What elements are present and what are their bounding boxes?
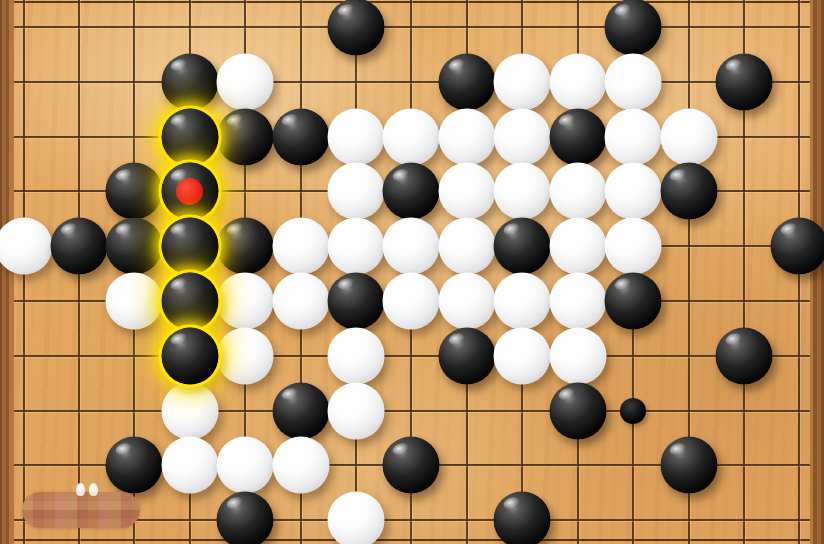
black-stone [605,0,662,56]
white-stone [549,53,606,110]
white-stone [494,273,551,330]
board-intersection[interactable] [57,5,101,49]
board-intersection[interactable] [2,443,46,487]
board-intersection[interactable] [112,5,156,49]
board-intersection[interactable] [777,169,821,213]
white-stone [328,382,385,439]
black-stone [438,53,495,110]
board-intersection[interactable] [112,60,156,104]
white-stone [217,437,274,494]
white-stone [494,163,551,220]
last-move-marker [176,178,203,205]
black-stone [161,327,218,384]
watermark-ear-icon [76,483,85,496]
white-stone [383,273,440,330]
board-intersection[interactable] [2,60,46,104]
board-intersection[interactable] [667,498,711,542]
white-stone [328,218,385,275]
black-stone [161,108,218,165]
blurred-watermark [22,492,140,528]
board-intersection[interactable] [611,443,655,487]
board-intersection[interactable] [777,498,821,542]
black-stone [161,273,218,330]
board-intersection[interactable] [279,60,323,104]
white-stone [106,273,163,330]
board-intersection[interactable] [556,498,600,542]
white-stone [328,327,385,384]
board-intersection[interactable] [722,169,766,213]
black-stone [161,163,218,220]
black-stone [549,108,606,165]
board-intersection[interactable] [112,115,156,159]
board-intersection[interactable] [2,5,46,49]
board-intersection[interactable] [168,498,212,542]
board-intersection[interactable] [445,443,489,487]
black-stone [106,218,163,275]
board-intersection[interactable] [500,443,544,487]
board-intersection[interactable] [500,389,544,433]
board-intersection[interactable] [334,60,378,104]
board-intersection[interactable] [722,279,766,323]
board-intersection[interactable] [2,279,46,323]
board-intersection[interactable] [611,498,655,542]
white-stone [549,273,606,330]
board-intersection[interactable] [667,334,711,378]
watermark-ear-icon [89,483,98,496]
board-intersection[interactable] [445,498,489,542]
black-stone [383,437,440,494]
board-intersection[interactable] [334,443,378,487]
black-stone [161,53,218,110]
board-intersection[interactable] [57,279,101,323]
black-stone [217,492,274,544]
board-intersection[interactable] [57,60,101,104]
board-intersection[interactable] [57,115,101,159]
black-stone [272,382,329,439]
board-intersection[interactable] [777,279,821,323]
black-stone [272,108,329,165]
white-stone [383,108,440,165]
board-intersection[interactable] [722,389,766,433]
black-stone [715,327,772,384]
board-intersection[interactable] [667,389,711,433]
black-stone [217,108,274,165]
white-stone [549,327,606,384]
black-stone [715,53,772,110]
board-intersection[interactable] [57,389,101,433]
white-stone [328,492,385,544]
board-intersection[interactable] [777,60,821,104]
white-stone [383,218,440,275]
white-stone [217,273,274,330]
board-intersection[interactable] [279,334,323,378]
black-stone [438,327,495,384]
board-intersection[interactable] [500,5,544,49]
board-intersection[interactable] [667,5,711,49]
board-intersection[interactable] [777,334,821,378]
black-stone [328,273,385,330]
board-intersection[interactable] [722,224,766,268]
board-intersection[interactable] [611,334,655,378]
board-intersection[interactable] [279,169,323,213]
board-intersection[interactable] [2,169,46,213]
board-intersection[interactable] [777,443,821,487]
board-intersection[interactable] [389,334,433,378]
white-stone [438,163,495,220]
black-stone [605,273,662,330]
board-intersection[interactable] [2,334,46,378]
white-stone [605,108,662,165]
white-stone [161,382,218,439]
board-intersection[interactable] [445,5,489,49]
white-stone [438,108,495,165]
black-stone [549,382,606,439]
black-stone [494,218,551,275]
board-intersection[interactable] [223,5,267,49]
white-stone [438,218,495,275]
black-stone [328,0,385,56]
board-intersection[interactable] [445,389,489,433]
board-intersection[interactable] [556,5,600,49]
white-stone [494,327,551,384]
white-stone [549,163,606,220]
white-stone [605,163,662,220]
board-intersection[interactable] [279,5,323,49]
white-stone [660,108,717,165]
white-stone [272,273,329,330]
black-stone [660,163,717,220]
board-intersection[interactable] [722,115,766,159]
board-intersection[interactable] [168,5,212,49]
black-stone [494,492,551,544]
board-intersection[interactable] [2,389,46,433]
board-intersection[interactable] [223,169,267,213]
board-intersection[interactable] [722,5,766,49]
board-intersection[interactable] [57,169,101,213]
black-stone [660,437,717,494]
board-intersection[interactable] [389,389,433,433]
white-stone [494,108,551,165]
white-stone [494,53,551,110]
board-intersection[interactable] [722,498,766,542]
white-stone [272,218,329,275]
board-intersection[interactable] [2,115,46,159]
white-stone [605,53,662,110]
black-stone [161,218,218,275]
board-intersection[interactable] [667,224,711,268]
white-stone [161,437,218,494]
board-intersection[interactable] [57,443,101,487]
board-intersection[interactable] [667,279,711,323]
white-stone [272,437,329,494]
white-stone [328,108,385,165]
black-stone [106,437,163,494]
black-stone [383,163,440,220]
black-stone [106,163,163,220]
black-stone [50,218,107,275]
game-screen [0,0,824,544]
board-intersection[interactable] [223,389,267,433]
white-stone [328,163,385,220]
board-intersection[interactable] [667,60,711,104]
white-stone [605,218,662,275]
board-intersection[interactable] [556,443,600,487]
board-intersection[interactable] [57,334,101,378]
board-intersection[interactable] [722,443,766,487]
board-intersection[interactable] [777,389,821,433]
white-stone [217,327,274,384]
black-stone [217,218,274,275]
board-intersection[interactable] [112,389,156,433]
board-intersection[interactable] [389,60,433,104]
board-intersection[interactable] [389,498,433,542]
white-stone [549,218,606,275]
board-intersection[interactable] [112,334,156,378]
white-stone [217,53,274,110]
board-intersection[interactable] [777,5,821,49]
board-intersection[interactable] [389,5,433,49]
white-stone [438,273,495,330]
board-intersection[interactable] [777,115,821,159]
board-intersection[interactable] [279,498,323,542]
small-dot-marker [620,398,646,424]
black-stone [771,218,824,275]
